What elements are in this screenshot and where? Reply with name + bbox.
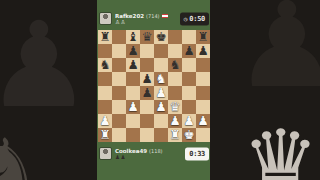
top-player-captured-pieces: ♙♙ [115,19,168,25]
square-d3[interactable] [140,100,154,114]
square-f6[interactable]: ♞ [168,58,182,72]
square-d2[interactable] [140,114,154,128]
top-player-clock: ◷ 0:50 [180,12,209,25]
background-knight-silhouette-bottom-left: ♞ [0,128,40,180]
square-a7[interactable] [98,44,112,58]
white-rook[interactable]: ♜ [169,128,180,142]
square-h3[interactable] [196,100,210,114]
black-rook[interactable]: ♜ [197,30,208,44]
black-bishop[interactable]: ♝ [127,30,138,44]
square-g6[interactable] [182,58,196,72]
square-h7[interactable]: ♟ [196,44,210,58]
square-c2[interactable] [126,114,140,128]
black-pawn[interactable]: ♟ [127,44,138,58]
square-d8[interactable]: ♛ [140,30,154,44]
square-f2[interactable]: ♟ [168,114,182,128]
square-g2[interactable]: ♟ [182,114,196,128]
square-c7[interactable]: ♟ [126,44,140,58]
square-b2[interactable] [112,114,126,128]
square-c4[interactable] [126,86,140,100]
bottom-player-clock: 0:33 [185,147,209,160]
black-queen[interactable]: ♛ [141,30,152,44]
square-e5[interactable]: ♞ [154,72,168,86]
white-pawn[interactable]: ♟ [169,114,180,128]
black-pawn[interactable]: ♟ [141,72,152,86]
square-g1[interactable]: ♚ [182,128,196,142]
square-h8[interactable]: ♜ [196,30,210,44]
square-f7[interactable] [168,44,182,58]
square-h5[interactable] [196,72,210,86]
square-e4[interactable]: ♟ [154,86,168,100]
square-b7[interactable] [112,44,126,58]
square-e3[interactable]: ♟ [154,100,168,114]
square-b3[interactable] [112,100,126,114]
clock-icon: ◷ [184,16,188,22]
square-a4[interactable] [98,86,112,100]
black-rook[interactable]: ♜ [99,30,110,44]
square-f4[interactable] [168,86,182,100]
black-pawn[interactable]: ♟ [141,86,152,100]
square-f8[interactable] [168,30,182,44]
top-player-bar: Rafke202 (714) ♙♙ ◷ 0:50 [97,7,210,30]
square-c3[interactable]: ♟ [126,100,140,114]
square-e1[interactable] [154,128,168,142]
bottom-player-bar: Coolkea49 (118) ♟♟ 0:33 [97,142,210,165]
square-h2[interactable]: ♟ [196,114,210,128]
background-pawn-silhouette-left: ♟ [0,6,92,124]
square-e7[interactable] [154,44,168,58]
square-c5[interactable] [126,72,140,86]
square-d5[interactable]: ♟ [140,72,154,86]
white-pawn[interactable]: ♟ [155,100,166,114]
top-player-avatar[interactable] [99,12,112,25]
white-rook[interactable]: ♜ [99,128,110,142]
square-a5[interactable] [98,72,112,86]
top-player-flag-icon [162,14,168,18]
square-h1[interactable] [196,128,210,142]
white-pawn[interactable]: ♟ [183,114,194,128]
square-h6[interactable] [196,58,210,72]
square-g3[interactable] [182,100,196,114]
square-h4[interactable] [196,86,210,100]
square-b8[interactable] [112,30,126,44]
bottom-player-captured-pieces: ♟♟ [115,154,163,160]
square-f3[interactable]: ♛ [168,100,182,114]
white-pawn[interactable]: ♟ [127,100,138,114]
square-d1[interactable] [140,128,154,142]
square-a8[interactable]: ♜ [98,30,112,44]
square-c8[interactable]: ♝ [126,30,140,44]
black-knight[interactable]: ♞ [169,58,180,72]
chess-app-column: Rafke202 (714) ♙♙ ◷ 0:50 ♜♝♛♚♜♟♟♟♞♟♞♟♞♟♟… [97,0,210,180]
white-king[interactable]: ♚ [183,128,194,142]
square-a6[interactable]: ♞ [98,58,112,72]
square-a1[interactable]: ♜ [98,128,112,142]
square-b6[interactable] [112,58,126,72]
square-a2[interactable]: ♟ [98,114,112,128]
white-knight[interactable]: ♞ [155,72,166,86]
square-d7[interactable] [140,44,154,58]
square-b4[interactable] [112,86,126,100]
square-c1[interactable] [126,128,140,142]
black-king[interactable]: ♚ [155,30,166,44]
top-clock-time: 0:50 [189,15,205,23]
square-f5[interactable] [168,72,182,86]
square-e8[interactable]: ♚ [154,30,168,44]
bottom-player-info: Coolkea49 (118) ♟♟ [115,148,163,160]
bottom-clock-time: 0:33 [189,150,205,158]
top-player-info: Rafke202 (714) ♙♙ [115,13,168,25]
black-pawn[interactable]: ♟ [183,44,194,58]
white-queen[interactable]: ♛ [169,100,180,114]
chess-board[interactable]: ♜♝♛♚♜♟♟♟♞♟♞♟♞♟♟♟♟♛♟♟♟♟♜♜♚ [98,30,210,142]
background-pawn-silhouette-right: ♟ [234,0,320,104]
square-a3[interactable] [98,100,112,114]
square-b1[interactable] [112,128,126,142]
square-c6[interactable]: ♟ [126,58,140,72]
square-g4[interactable] [182,86,196,100]
square-g8[interactable] [182,30,196,44]
white-pawn[interactable]: ♟ [197,114,208,128]
square-e6[interactable] [154,58,168,72]
square-g7[interactable]: ♟ [182,44,196,58]
white-pawn[interactable]: ♟ [99,114,110,128]
black-pawn[interactable]: ♟ [197,44,208,58]
square-e2[interactable] [154,114,168,128]
background-queen-silhouette-bottom-right: ♛ [242,118,319,180]
black-pawn[interactable]: ♟ [127,58,138,72]
white-pawn[interactable]: ♟ [155,86,166,100]
bottom-player-avatar[interactable] [99,147,112,160]
square-g5[interactable] [182,72,196,86]
square-b5[interactable] [112,72,126,86]
square-d6[interactable] [140,58,154,72]
square-f1[interactable]: ♜ [168,128,182,142]
square-d4[interactable]: ♟ [140,86,154,100]
black-knight[interactable]: ♞ [99,58,110,72]
